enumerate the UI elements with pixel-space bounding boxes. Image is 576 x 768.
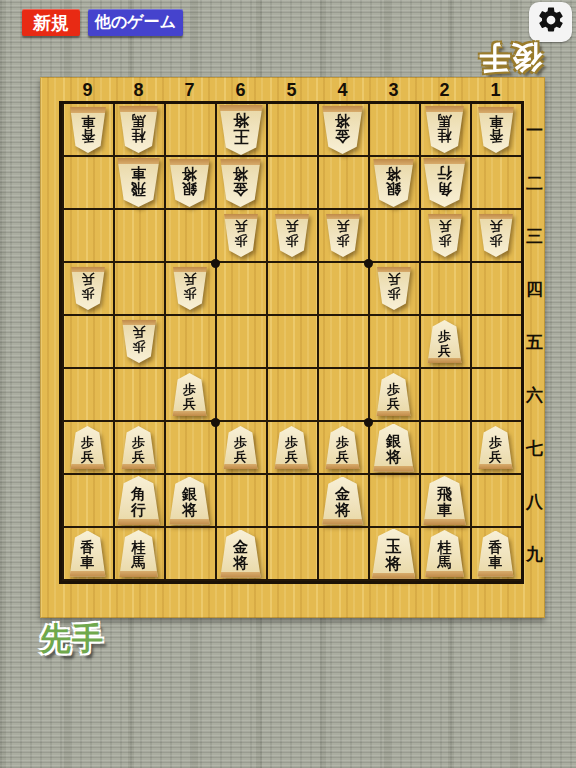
piece-kanji: 将 bbox=[386, 165, 401, 180]
piece-kanji: 兵 bbox=[132, 326, 145, 339]
shogi-board: 987654321 一二三四五六七八九 香車桂馬王将金将桂馬香車飛車銀将金将銀将… bbox=[40, 77, 545, 618]
piece-kanji: 歩 bbox=[183, 287, 196, 300]
square-33[interactable] bbox=[368, 210, 419, 263]
piece-sente-knight-89[interactable]: 桂馬 bbox=[118, 530, 159, 577]
square-45[interactable] bbox=[317, 316, 368, 369]
square-79[interactable] bbox=[164, 528, 215, 581]
square-24[interactable] bbox=[419, 263, 470, 316]
square-73[interactable] bbox=[164, 210, 215, 263]
piece-kanji: 銀 bbox=[182, 181, 197, 196]
piece-kanji: 歩 bbox=[285, 436, 298, 449]
file-label-6: 6 bbox=[215, 77, 266, 101]
piece-gote-gold-41[interactable]: 金将 bbox=[321, 106, 364, 154]
piece-kanji: 桂 bbox=[132, 541, 146, 555]
piece-kanji: 兵 bbox=[438, 344, 451, 357]
piece-gote-king-61[interactable]: 王将 bbox=[218, 105, 264, 155]
square-56[interactable] bbox=[266, 369, 317, 422]
piece-gote-knight-21[interactable]: 桂馬 bbox=[424, 106, 465, 153]
piece-gote-pawn-53[interactable]: 歩兵 bbox=[274, 214, 310, 257]
piece-gote-bishop-22[interactable]: 角行 bbox=[422, 158, 467, 207]
piece-kanji: 金 bbox=[335, 128, 350, 143]
square-93[interactable] bbox=[62, 210, 113, 263]
square-26[interactable] bbox=[419, 369, 470, 422]
gear-icon bbox=[536, 5, 566, 39]
piece-kanji: 将 bbox=[386, 556, 402, 572]
piece-kanji: 将 bbox=[182, 503, 197, 518]
file-label-2: 2 bbox=[419, 77, 470, 101]
piece-kanji: 歩 bbox=[285, 234, 298, 247]
file-label-8: 8 bbox=[113, 77, 164, 101]
piece-kanji: 兵 bbox=[285, 220, 298, 233]
piece-kanji: 金 bbox=[233, 181, 248, 196]
square-14[interactable] bbox=[470, 263, 521, 316]
piece-sente-pawn-47[interactable]: 歩兵 bbox=[325, 426, 361, 469]
piece-kanji: 兵 bbox=[387, 397, 400, 410]
square-66[interactable] bbox=[215, 369, 266, 422]
piece-gote-rook-82[interactable]: 飛車 bbox=[116, 158, 161, 207]
piece-sente-pawn-36[interactable]: 歩兵 bbox=[376, 373, 412, 416]
square-35[interactable] bbox=[368, 316, 419, 369]
new-game-label: 新規 bbox=[33, 11, 69, 35]
file-coordinate-labels: 987654321 bbox=[62, 77, 521, 101]
new-game-button[interactable]: 新規 bbox=[22, 9, 80, 36]
file-label-1: 1 bbox=[470, 77, 521, 101]
piece-kanji: 将 bbox=[233, 165, 248, 180]
piece-kanji: 兵 bbox=[336, 450, 349, 463]
piece-kanji: 香 bbox=[81, 541, 95, 555]
piece-kanji: 兵 bbox=[183, 273, 196, 286]
piece-kanji: 歩 bbox=[234, 234, 247, 247]
square-54[interactable] bbox=[266, 263, 317, 316]
square-83[interactable] bbox=[113, 210, 164, 263]
piece-gote-pawn-94[interactable]: 歩兵 bbox=[70, 267, 106, 310]
square-59[interactable] bbox=[266, 528, 317, 581]
piece-kanji: 歩 bbox=[387, 287, 400, 300]
other-games-button[interactable]: 他のゲーム bbox=[88, 9, 183, 36]
piece-gote-pawn-43[interactable]: 歩兵 bbox=[325, 214, 361, 257]
piece-kanji: 行 bbox=[131, 503, 146, 518]
piece-kanji: 歩 bbox=[336, 436, 349, 449]
piece-gote-pawn-85[interactable]: 歩兵 bbox=[121, 320, 157, 363]
piece-gote-pawn-63[interactable]: 歩兵 bbox=[223, 214, 259, 257]
piece-kanji: 兵 bbox=[336, 220, 349, 233]
square-52[interactable] bbox=[266, 157, 317, 210]
piece-kanji: 車 bbox=[131, 165, 146, 180]
star-point bbox=[211, 259, 220, 268]
file-label-7: 7 bbox=[164, 77, 215, 101]
piece-sente-pawn-57[interactable]: 歩兵 bbox=[274, 426, 310, 469]
square-92[interactable] bbox=[62, 157, 113, 210]
piece-kanji: 桂 bbox=[438, 541, 452, 555]
piece-gote-pawn-34[interactable]: 歩兵 bbox=[376, 267, 412, 310]
square-65[interactable] bbox=[215, 316, 266, 369]
piece-kanji: 王 bbox=[233, 128, 249, 144]
square-42[interactable] bbox=[317, 157, 368, 210]
piece-sente-gold-69[interactable]: 金将 bbox=[219, 530, 262, 578]
square-98[interactable] bbox=[62, 475, 113, 528]
piece-kanji: 歩 bbox=[438, 330, 451, 343]
rank-label-6: 六 bbox=[524, 369, 545, 422]
piece-kanji: 歩 bbox=[183, 383, 196, 396]
star-point bbox=[364, 259, 373, 268]
square-96[interactable] bbox=[62, 369, 113, 422]
piece-kanji: 車 bbox=[81, 556, 95, 570]
piece-kanji: 車 bbox=[81, 113, 95, 127]
piece-gote-pawn-13[interactable]: 歩兵 bbox=[478, 214, 514, 257]
rank-label-2: 二 bbox=[524, 157, 545, 210]
piece-kanji: 歩 bbox=[438, 234, 451, 247]
piece-kanji: 将 bbox=[335, 503, 350, 518]
piece-sente-silver-37[interactable]: 銀将 bbox=[372, 424, 415, 472]
square-15[interactable] bbox=[470, 316, 521, 369]
piece-kanji: 銀 bbox=[386, 434, 401, 449]
piece-kanji: 兵 bbox=[81, 450, 94, 463]
piece-sente-pawn-97[interactable]: 歩兵 bbox=[70, 426, 106, 469]
square-12[interactable] bbox=[470, 157, 521, 210]
piece-kanji: 銀 bbox=[386, 181, 401, 196]
piece-kanji: 桂 bbox=[132, 128, 146, 142]
piece-kanji: 兵 bbox=[489, 450, 502, 463]
piece-sente-knight-29[interactable]: 桂馬 bbox=[424, 530, 465, 577]
file-label-4: 4 bbox=[317, 77, 368, 101]
piece-kanji: 銀 bbox=[182, 487, 197, 502]
piece-kanji: 兵 bbox=[285, 450, 298, 463]
square-55[interactable] bbox=[266, 316, 317, 369]
file-label-3: 3 bbox=[368, 77, 419, 101]
square-46[interactable] bbox=[317, 369, 368, 422]
square-16[interactable] bbox=[470, 369, 521, 422]
board-grid: 香車桂馬王将金将桂馬香車飛車銀将金将銀将角行歩兵歩兵歩兵歩兵歩兵歩兵歩兵歩兵歩兵… bbox=[59, 101, 524, 584]
piece-kanji: 歩 bbox=[132, 340, 145, 353]
piece-gote-knight-81[interactable]: 桂馬 bbox=[118, 106, 159, 153]
piece-sente-pawn-25[interactable]: 歩兵 bbox=[427, 320, 463, 363]
piece-kanji: 馬 bbox=[438, 113, 452, 127]
piece-kanji: 桂 bbox=[438, 128, 452, 142]
rank-label-7: 七 bbox=[524, 422, 545, 475]
piece-sente-silver-78[interactable]: 銀将 bbox=[168, 477, 211, 525]
piece-kanji: 車 bbox=[489, 556, 503, 570]
piece-kanji: 兵 bbox=[132, 450, 145, 463]
gote-player-label: 後手 bbox=[478, 36, 542, 78]
square-27[interactable] bbox=[419, 422, 470, 475]
other-games-label: 他のゲーム bbox=[95, 12, 176, 33]
star-point bbox=[211, 418, 220, 427]
piece-kanji: 兵 bbox=[81, 273, 94, 286]
piece-kanji: 将 bbox=[335, 112, 350, 127]
square-68[interactable] bbox=[215, 475, 266, 528]
piece-sente-pawn-87[interactable]: 歩兵 bbox=[121, 426, 157, 469]
piece-kanji: 兵 bbox=[234, 450, 247, 463]
piece-gote-pawn-74[interactable]: 歩兵 bbox=[172, 267, 208, 310]
piece-kanji: 行 bbox=[437, 165, 452, 180]
rank-label-3: 三 bbox=[524, 210, 545, 263]
piece-kanji: 将 bbox=[233, 556, 248, 571]
square-86[interactable] bbox=[113, 369, 164, 422]
rank-label-9: 九 bbox=[524, 528, 545, 581]
piece-sente-rook-28[interactable]: 飛車 bbox=[422, 476, 467, 525]
rank-label-8: 八 bbox=[524, 475, 545, 528]
piece-kanji: 兵 bbox=[183, 397, 196, 410]
piece-gote-silver-72[interactable]: 銀将 bbox=[168, 159, 211, 207]
piece-kanji: 歩 bbox=[81, 436, 94, 449]
piece-kanji: 兵 bbox=[387, 273, 400, 286]
rank-label-1: 一 bbox=[524, 104, 545, 157]
square-51[interactable] bbox=[266, 104, 317, 157]
piece-sente-lance-99[interactable]: 香車 bbox=[69, 531, 107, 577]
piece-kanji: 車 bbox=[489, 113, 503, 127]
piece-kanji: 金 bbox=[233, 540, 248, 555]
piece-gote-lance-11[interactable]: 香車 bbox=[477, 107, 515, 153]
piece-kanji: 将 bbox=[386, 450, 401, 465]
piece-kanji: 玉 bbox=[386, 539, 402, 555]
piece-gote-pawn-23[interactable]: 歩兵 bbox=[427, 214, 463, 257]
square-44[interactable] bbox=[317, 263, 368, 316]
piece-kanji: 歩 bbox=[387, 383, 400, 396]
piece-gote-silver-32[interactable]: 銀将 bbox=[372, 159, 415, 207]
square-84[interactable] bbox=[113, 263, 164, 316]
rank-label-5: 五 bbox=[524, 316, 545, 369]
piece-kanji: 香 bbox=[489, 541, 503, 555]
square-71[interactable] bbox=[164, 104, 215, 157]
piece-sente-pawn-17[interactable]: 歩兵 bbox=[478, 426, 514, 469]
piece-gote-gold-62[interactable]: 金将 bbox=[219, 159, 262, 207]
rank-label-4: 四 bbox=[524, 263, 545, 316]
square-64[interactable] bbox=[215, 263, 266, 316]
piece-sente-pawn-76[interactable]: 歩兵 bbox=[172, 373, 208, 416]
piece-kanji: 角 bbox=[131, 487, 146, 502]
piece-kanji: 香 bbox=[489, 128, 503, 142]
piece-kanji: 馬 bbox=[132, 113, 146, 127]
file-label-9: 9 bbox=[62, 77, 113, 101]
piece-sente-lance-19[interactable]: 香車 bbox=[477, 531, 515, 577]
piece-kanji: 歩 bbox=[132, 436, 145, 449]
square-49[interactable] bbox=[317, 528, 368, 581]
piece-kanji: 馬 bbox=[438, 556, 452, 570]
file-label-5: 5 bbox=[266, 77, 317, 101]
piece-kanji: 馬 bbox=[132, 556, 146, 570]
square-95[interactable] bbox=[62, 316, 113, 369]
square-31[interactable] bbox=[368, 104, 419, 157]
piece-kanji: 金 bbox=[335, 487, 350, 502]
square-38[interactable] bbox=[368, 475, 419, 528]
square-18[interactable] bbox=[470, 475, 521, 528]
square-75[interactable] bbox=[164, 316, 215, 369]
piece-sente-bishop-88[interactable]: 角行 bbox=[116, 476, 161, 525]
piece-kanji: 飛 bbox=[131, 181, 146, 196]
sente-player-label: 先手 bbox=[40, 618, 104, 660]
piece-kanji: 歩 bbox=[489, 234, 502, 247]
piece-kanji: 飛 bbox=[437, 487, 452, 502]
piece-kanji: 角 bbox=[437, 181, 452, 196]
piece-kanji: 兵 bbox=[438, 220, 451, 233]
piece-kanji: 香 bbox=[81, 128, 95, 142]
piece-kanji: 兵 bbox=[234, 220, 247, 233]
piece-sente-king-39[interactable]: 玉将 bbox=[371, 529, 417, 579]
piece-kanji: 将 bbox=[233, 111, 249, 127]
rank-coordinate-labels: 一二三四五六七八九 bbox=[524, 104, 545, 581]
piece-kanji: 歩 bbox=[234, 436, 247, 449]
piece-kanji: 車 bbox=[437, 503, 452, 518]
square-58[interactable] bbox=[266, 475, 317, 528]
piece-sente-gold-48[interactable]: 金将 bbox=[321, 477, 364, 525]
piece-gote-lance-91[interactable]: 香車 bbox=[69, 107, 107, 153]
piece-kanji: 歩 bbox=[81, 287, 94, 300]
piece-kanji: 将 bbox=[182, 165, 197, 180]
piece-kanji: 兵 bbox=[489, 220, 502, 233]
square-77[interactable] bbox=[164, 422, 215, 475]
piece-kanji: 歩 bbox=[336, 234, 349, 247]
piece-kanji: 歩 bbox=[489, 436, 502, 449]
piece-sente-pawn-67[interactable]: 歩兵 bbox=[223, 426, 259, 469]
